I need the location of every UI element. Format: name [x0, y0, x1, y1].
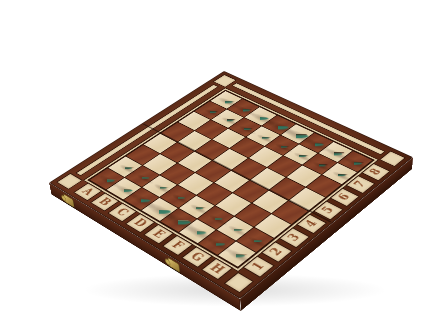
chess-board: ABCDEFGH12345678 ♜♞♝♛♚♝♞♜♟♟♟♟♟♟♟♟♟♟♟♟♟♟♟…	[49, 71, 413, 299]
piece-black-pawn-h7: ♟	[326, 150, 351, 177]
chess-set-photo: ABCDEFGH12345678 ♜♞♝♛♚♝♞♜♟♟♟♟♟♟♟♟♟♟♟♟♟♟♟…	[0, 0, 423, 318]
piece-white-rook-h1: ♜	[220, 222, 253, 258]
